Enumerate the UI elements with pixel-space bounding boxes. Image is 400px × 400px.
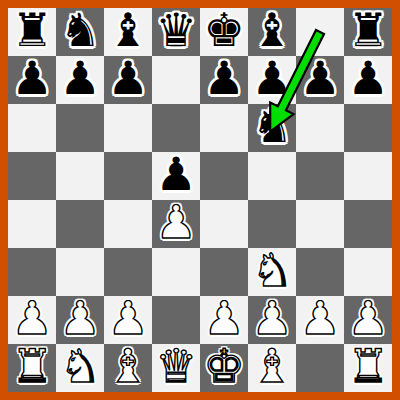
piece-black-pawn[interactable]: ♟ xyxy=(251,54,292,102)
square-f8[interactable]: ♝ xyxy=(248,8,296,56)
square-c3[interactable] xyxy=(104,248,152,296)
piece-white-pawn[interactable]: ♟ xyxy=(11,294,52,342)
square-a3[interactable] xyxy=(8,248,56,296)
board-frame: ♜♞♝♛♚♝♜♟♟♟♟♟♟♟♞♟♟♞♟♟♟♟♟♟♟♜♞♝♛♚♝♜ xyxy=(0,0,400,400)
square-f3[interactable]: ♞ xyxy=(248,248,296,296)
square-f5[interactable] xyxy=(248,152,296,200)
square-b4[interactable] xyxy=(56,200,104,248)
piece-white-pawn[interactable]: ♟ xyxy=(347,294,388,342)
square-g5[interactable] xyxy=(296,152,344,200)
square-b3[interactable] xyxy=(56,248,104,296)
square-g8[interactable] xyxy=(296,8,344,56)
piece-white-bishop[interactable]: ♝ xyxy=(251,342,292,390)
square-h4[interactable] xyxy=(344,200,392,248)
square-d1[interactable]: ♛ xyxy=(152,344,200,392)
square-h6[interactable] xyxy=(344,104,392,152)
square-b5[interactable] xyxy=(56,152,104,200)
piece-white-pawn[interactable]: ♟ xyxy=(155,198,196,246)
piece-white-knight[interactable]: ♞ xyxy=(251,246,292,294)
piece-white-pawn[interactable]: ♟ xyxy=(251,294,292,342)
piece-white-bishop[interactable]: ♝ xyxy=(107,342,148,390)
square-a4[interactable] xyxy=(8,200,56,248)
piece-black-pawn[interactable]: ♟ xyxy=(11,54,52,102)
square-g7[interactable]: ♟ xyxy=(296,56,344,104)
square-g3[interactable] xyxy=(296,248,344,296)
piece-white-pawn[interactable]: ♟ xyxy=(59,294,100,342)
square-a6[interactable] xyxy=(8,104,56,152)
square-h2[interactable]: ♟ xyxy=(344,296,392,344)
square-f7[interactable]: ♟ xyxy=(248,56,296,104)
square-c8[interactable]: ♝ xyxy=(104,8,152,56)
square-d8[interactable]: ♛ xyxy=(152,8,200,56)
square-f6[interactable]: ♞ xyxy=(248,104,296,152)
piece-black-pawn[interactable]: ♟ xyxy=(59,54,100,102)
square-c1[interactable]: ♝ xyxy=(104,344,152,392)
piece-black-bishop[interactable]: ♝ xyxy=(251,6,292,54)
square-e8[interactable]: ♚ xyxy=(200,8,248,56)
piece-white-pawn[interactable]: ♟ xyxy=(299,294,340,342)
square-g1[interactable] xyxy=(296,344,344,392)
square-d7[interactable] xyxy=(152,56,200,104)
square-h8[interactable]: ♜ xyxy=(344,8,392,56)
square-d3[interactable] xyxy=(152,248,200,296)
square-e7[interactable]: ♟ xyxy=(200,56,248,104)
square-a2[interactable]: ♟ xyxy=(8,296,56,344)
square-c2[interactable]: ♟ xyxy=(104,296,152,344)
square-h7[interactable]: ♟ xyxy=(344,56,392,104)
square-c4[interactable] xyxy=(104,200,152,248)
square-b2[interactable]: ♟ xyxy=(56,296,104,344)
square-h5[interactable] xyxy=(344,152,392,200)
square-e2[interactable]: ♟ xyxy=(200,296,248,344)
piece-black-rook[interactable]: ♜ xyxy=(347,6,388,54)
square-c5[interactable] xyxy=(104,152,152,200)
square-a1[interactable]: ♜ xyxy=(8,344,56,392)
square-d6[interactable] xyxy=(152,104,200,152)
square-a7[interactable]: ♟ xyxy=(8,56,56,104)
square-a8[interactable]: ♜ xyxy=(8,8,56,56)
piece-black-pawn[interactable]: ♟ xyxy=(203,54,244,102)
square-h1[interactable]: ♜ xyxy=(344,344,392,392)
chess-board: ♜♞♝♛♚♝♜♟♟♟♟♟♟♟♞♟♟♞♟♟♟♟♟♟♟♜♞♝♛♚♝♜ xyxy=(8,8,392,392)
square-h3[interactable] xyxy=(344,248,392,296)
piece-white-pawn[interactable]: ♟ xyxy=(203,294,244,342)
piece-white-rook[interactable]: ♜ xyxy=(347,342,388,390)
piece-black-pawn[interactable]: ♟ xyxy=(299,54,340,102)
square-g2[interactable]: ♟ xyxy=(296,296,344,344)
piece-white-queen[interactable]: ♛ xyxy=(155,342,196,390)
square-e6[interactable] xyxy=(200,104,248,152)
piece-black-rook[interactable]: ♜ xyxy=(11,6,52,54)
square-b1[interactable]: ♞ xyxy=(56,344,104,392)
square-f2[interactable]: ♟ xyxy=(248,296,296,344)
square-e4[interactable] xyxy=(200,200,248,248)
piece-black-pawn[interactable]: ♟ xyxy=(347,54,388,102)
square-g4[interactable] xyxy=(296,200,344,248)
piece-black-knight[interactable]: ♞ xyxy=(59,6,100,54)
square-e1[interactable]: ♚ xyxy=(200,344,248,392)
square-e3[interactable] xyxy=(200,248,248,296)
square-d4[interactable]: ♟ xyxy=(152,200,200,248)
piece-black-queen[interactable]: ♛ xyxy=(155,6,196,54)
square-f4[interactable] xyxy=(248,200,296,248)
square-c6[interactable] xyxy=(104,104,152,152)
piece-black-pawn[interactable]: ♟ xyxy=(107,54,148,102)
square-d2[interactable] xyxy=(152,296,200,344)
square-d5[interactable]: ♟ xyxy=(152,152,200,200)
square-a5[interactable] xyxy=(8,152,56,200)
piece-black-bishop[interactable]: ♝ xyxy=(107,6,148,54)
piece-white-pawn[interactable]: ♟ xyxy=(107,294,148,342)
square-e5[interactable] xyxy=(200,152,248,200)
square-c7[interactable]: ♟ xyxy=(104,56,152,104)
piece-white-king[interactable]: ♚ xyxy=(203,342,244,390)
square-f1[interactable]: ♝ xyxy=(248,344,296,392)
piece-white-rook[interactable]: ♜ xyxy=(11,342,52,390)
piece-black-pawn[interactable]: ♟ xyxy=(155,150,196,198)
square-b7[interactable]: ♟ xyxy=(56,56,104,104)
square-b8[interactable]: ♞ xyxy=(56,8,104,56)
piece-black-king[interactable]: ♚ xyxy=(203,6,244,54)
piece-black-knight[interactable]: ♞ xyxy=(251,102,292,150)
square-g6[interactable] xyxy=(296,104,344,152)
square-b6[interactable] xyxy=(56,104,104,152)
piece-white-knight[interactable]: ♞ xyxy=(59,342,100,390)
